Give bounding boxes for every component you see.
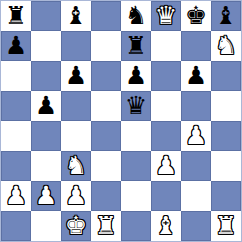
piece-black-bishop[interactable]: ♝ <box>215 1 237 31</box>
square-f4[interactable] <box>151 121 181 151</box>
square-b1[interactable] <box>31 211 61 241</box>
square-a7[interactable]: ♟ <box>1 31 31 61</box>
square-g4[interactable]: ♟ <box>181 121 211 151</box>
chess-board: ♜♝♞♛♚♝♟♜♞♟♟♟♟♛♟♞♟♟♟♟♚♜♝♜ <box>0 0 242 242</box>
piece-black-pawn[interactable]: ♟ <box>5 31 27 61</box>
square-h4[interactable] <box>211 121 241 151</box>
square-e3[interactable] <box>121 151 151 181</box>
piece-black-pawn[interactable]: ♟ <box>125 61 147 91</box>
square-e2[interactable] <box>121 181 151 211</box>
square-a6[interactable] <box>1 61 31 91</box>
square-c2[interactable]: ♟ <box>61 181 91 211</box>
square-a2[interactable]: ♟ <box>1 181 31 211</box>
piece-black-rook[interactable]: ♜ <box>125 31 147 61</box>
piece-black-rook[interactable]: ♜ <box>5 1 27 31</box>
square-h7[interactable]: ♞ <box>211 31 241 61</box>
square-d2[interactable] <box>91 181 121 211</box>
piece-white-queen[interactable]: ♛ <box>155 1 177 31</box>
square-b8[interactable] <box>31 1 61 31</box>
square-g5[interactable] <box>181 91 211 121</box>
square-b3[interactable] <box>31 151 61 181</box>
square-d4[interactable] <box>91 121 121 151</box>
piece-white-pawn[interactable]: ♟ <box>65 181 87 211</box>
square-c3[interactable]: ♞ <box>61 151 91 181</box>
piece-white-pawn[interactable]: ♟ <box>155 151 177 181</box>
square-h8[interactable]: ♝ <box>211 1 241 31</box>
square-c1[interactable]: ♚ <box>61 211 91 241</box>
square-c7[interactable] <box>61 31 91 61</box>
square-d3[interactable] <box>91 151 121 181</box>
square-b5[interactable]: ♟ <box>31 91 61 121</box>
square-g1[interactable] <box>181 211 211 241</box>
piece-black-bishop[interactable]: ♝ <box>65 1 87 31</box>
square-f3[interactable]: ♟ <box>151 151 181 181</box>
square-d1[interactable]: ♜ <box>91 211 121 241</box>
square-f5[interactable] <box>151 91 181 121</box>
piece-white-rook[interactable]: ♜ <box>215 211 237 241</box>
piece-white-rook[interactable]: ♜ <box>95 211 117 241</box>
square-h1[interactable]: ♜ <box>211 211 241 241</box>
piece-white-king[interactable]: ♚ <box>65 211 87 241</box>
square-c4[interactable] <box>61 121 91 151</box>
piece-black-queen[interactable]: ♛ <box>125 91 147 121</box>
square-f8[interactable]: ♛ <box>151 1 181 31</box>
square-f6[interactable] <box>151 61 181 91</box>
square-e1[interactable] <box>121 211 151 241</box>
piece-black-pawn[interactable]: ♟ <box>65 61 87 91</box>
piece-white-pawn[interactable]: ♟ <box>185 121 207 151</box>
piece-black-king[interactable]: ♚ <box>185 1 207 31</box>
square-b2[interactable]: ♟ <box>31 181 61 211</box>
piece-white-knight[interactable]: ♞ <box>215 31 237 61</box>
square-c5[interactable] <box>61 91 91 121</box>
square-e6[interactable]: ♟ <box>121 61 151 91</box>
square-h2[interactable] <box>211 181 241 211</box>
square-a5[interactable] <box>1 91 31 121</box>
square-b7[interactable] <box>31 31 61 61</box>
square-d5[interactable] <box>91 91 121 121</box>
square-g3[interactable] <box>181 151 211 181</box>
square-d8[interactable] <box>91 1 121 31</box>
square-h5[interactable] <box>211 91 241 121</box>
square-g2[interactable] <box>181 181 211 211</box>
square-f7[interactable] <box>151 31 181 61</box>
square-e8[interactable]: ♞ <box>121 1 151 31</box>
square-b4[interactable] <box>31 121 61 151</box>
square-g6[interactable]: ♟ <box>181 61 211 91</box>
square-c8[interactable]: ♝ <box>61 1 91 31</box>
square-g8[interactable]: ♚ <box>181 1 211 31</box>
piece-black-pawn[interactable]: ♟ <box>35 91 57 121</box>
piece-black-knight[interactable]: ♞ <box>125 1 147 31</box>
square-a8[interactable]: ♜ <box>1 1 31 31</box>
square-e4[interactable] <box>121 121 151 151</box>
square-a3[interactable] <box>1 151 31 181</box>
square-h6[interactable] <box>211 61 241 91</box>
square-f2[interactable] <box>151 181 181 211</box>
piece-white-pawn[interactable]: ♟ <box>35 181 57 211</box>
square-c6[interactable]: ♟ <box>61 61 91 91</box>
square-a1[interactable] <box>1 211 31 241</box>
piece-white-knight[interactable]: ♞ <box>65 151 87 181</box>
square-b6[interactable] <box>31 61 61 91</box>
square-f1[interactable]: ♝ <box>151 211 181 241</box>
square-g7[interactable] <box>181 31 211 61</box>
piece-white-bishop[interactable]: ♝ <box>155 211 177 241</box>
square-d6[interactable] <box>91 61 121 91</box>
piece-black-pawn[interactable]: ♟ <box>185 61 207 91</box>
square-h3[interactable] <box>211 151 241 181</box>
square-e7[interactable]: ♜ <box>121 31 151 61</box>
square-e5[interactable]: ♛ <box>121 91 151 121</box>
square-a4[interactable] <box>1 121 31 151</box>
square-d7[interactable] <box>91 31 121 61</box>
piece-white-pawn[interactable]: ♟ <box>5 181 27 211</box>
